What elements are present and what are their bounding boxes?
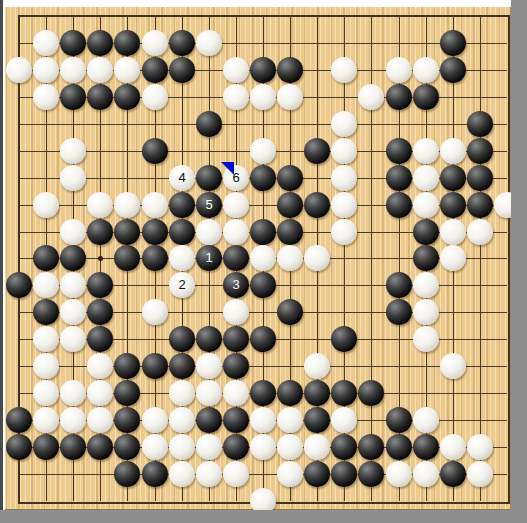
go-board[interactable]: 123456 [5,7,512,511]
stone-black[interactable] [440,30,466,56]
stone-white[interactable] [413,192,439,218]
stone-black[interactable] [331,380,357,406]
stone-black[interactable] [169,326,195,352]
stone-white[interactable] [169,434,195,460]
stone-white[interactable] [250,138,276,164]
stone-black[interactable] [223,407,249,433]
stone-white[interactable] [142,30,168,56]
stone-white[interactable] [87,353,113,379]
stone-white[interactable] [60,165,86,191]
stone-black[interactable] [87,219,113,245]
stone-black[interactable] [304,138,330,164]
stone-white[interactable] [331,57,357,83]
stone-white[interactable] [413,272,439,298]
stone-white[interactable] [250,407,276,433]
stone-black[interactable] [440,461,466,487]
stone-white[interactable] [386,461,412,487]
move-label: 6 [223,165,249,191]
stone-black[interactable] [223,434,249,460]
stone-black[interactable] [413,434,439,460]
stone-black[interactable] [169,57,195,83]
stone-black[interactable] [114,30,140,56]
stone-white[interactable] [250,434,276,460]
stone-white[interactable] [440,138,466,164]
stone-white[interactable] [467,434,493,460]
window-border-bottom [0,510,527,523]
stone-black[interactable] [142,461,168,487]
stone-black[interactable] [33,245,59,271]
stone-white[interactable] [413,57,439,83]
stone-white[interactable] [60,299,86,325]
stone-white[interactable] [60,57,86,83]
stone-black[interactable] [142,353,168,379]
stone-white[interactable] [169,245,195,271]
stone-white[interactable] [331,192,357,218]
stone-black[interactable] [440,165,466,191]
stone-black[interactable] [87,272,113,298]
stone-black[interactable] [250,272,276,298]
move-label: 1 [196,245,222,271]
stone-white[interactable] [169,461,195,487]
stone-white[interactable] [223,219,249,245]
stone-white[interactable] [60,407,86,433]
stone-black[interactable] [304,461,330,487]
stone-white[interactable] [60,326,86,352]
stone-white[interactable] [60,380,86,406]
stone-black[interactable] [196,326,222,352]
stone-white[interactable] [60,272,86,298]
stone-black[interactable] [250,57,276,83]
stone-black[interactable] [277,165,303,191]
stone-black[interactable] [60,245,86,271]
stone-white[interactable] [250,84,276,110]
stone-white[interactable] [33,326,59,352]
stone-black[interactable] [277,57,303,83]
stone-white[interactable] [142,407,168,433]
stone-black[interactable] [142,57,168,83]
stone-white[interactable] [277,461,303,487]
stone-white[interactable] [304,353,330,379]
stone-black[interactable] [358,380,384,406]
stone-white[interactable] [413,407,439,433]
stone-black[interactable] [196,111,222,137]
stone-white[interactable] [413,165,439,191]
stone-white[interactable] [142,434,168,460]
stone-white[interactable] [440,353,466,379]
star-point [98,256,103,261]
stone-white[interactable] [331,111,357,137]
stone-black[interactable] [114,434,140,460]
stone-black[interactable] [386,299,412,325]
stone-white[interactable] [87,57,113,83]
stone-white[interactable] [169,380,195,406]
stone-white[interactable] [33,84,59,110]
stone-white[interactable] [223,192,249,218]
stone-black[interactable] [467,111,493,137]
stone-white[interactable] [277,245,303,271]
move-label: 2 [169,272,195,298]
stone-white[interactable] [467,461,493,487]
stone-black[interactable] [169,192,195,218]
stone-white[interactable] [33,353,59,379]
stone-black[interactable] [6,272,32,298]
stone-black[interactable] [196,165,222,191]
move-label: 5 [196,192,222,218]
stone-black[interactable] [304,407,330,433]
stone-white[interactable] [223,299,249,325]
stone-black[interactable] [386,272,412,298]
stone-black[interactable] [250,380,276,406]
stone-white[interactable] [196,353,222,379]
stone-white[interactable] [223,57,249,83]
stone-white[interactable] [440,245,466,271]
stone-white[interactable] [223,380,249,406]
stone-black[interactable] [60,30,86,56]
stone-white[interactable] [87,407,113,433]
stone-white[interactable] [33,380,59,406]
stone-black[interactable] [87,30,113,56]
stone-black[interactable] [6,407,32,433]
stone-black[interactable] [114,245,140,271]
stone-black[interactable] [87,84,113,110]
stone-white[interactable] [250,245,276,271]
move-label: 4 [169,165,195,191]
stone-black[interactable] [223,326,249,352]
stone-white[interactable] [467,219,493,245]
stone-white[interactable] [114,192,140,218]
stone-white[interactable] [60,138,86,164]
stone-white[interactable] [33,57,59,83]
stone-white[interactable] [440,219,466,245]
stone-white[interactable] [169,407,195,433]
stone-black[interactable] [304,380,330,406]
stone-white[interactable] [331,138,357,164]
stone-white[interactable] [142,299,168,325]
stone-white[interactable] [87,380,113,406]
stone-white[interactable] [440,434,466,460]
stone-white[interactable] [6,57,32,83]
stone-white[interactable] [413,299,439,325]
stone-black[interactable] [114,380,140,406]
stone-white[interactable] [223,461,249,487]
stone-white[interactable] [304,434,330,460]
stone-white[interactable] [277,84,303,110]
stone-white[interactable] [196,380,222,406]
stone-black[interactable] [277,299,303,325]
stone-black[interactable] [304,192,330,218]
stone-black[interactable] [467,165,493,191]
stone-black[interactable] [331,461,357,487]
stone-white[interactable] [331,219,357,245]
stone-white[interactable] [358,84,384,110]
stone-black[interactable] [223,353,249,379]
stone-white[interactable] [196,434,222,460]
stone-white[interactable] [277,407,303,433]
stone-black[interactable] [250,165,276,191]
stone-black[interactable] [87,299,113,325]
move-label: 3 [223,272,249,298]
stone-black[interactable] [169,353,195,379]
stone-white[interactable] [33,407,59,433]
stone-black[interactable] [114,461,140,487]
window-border-right [511,0,527,523]
stone-black[interactable] [33,299,59,325]
stone-white[interactable] [386,57,412,83]
stone-white[interactable] [87,192,113,218]
stone-white[interactable] [304,245,330,271]
go-game-screenshot: 123456 [0,0,527,523]
stone-black[interactable] [386,434,412,460]
stone-black[interactable] [196,407,222,433]
stone-black[interactable] [386,165,412,191]
stone-black[interactable] [87,434,113,460]
stone-black[interactable] [440,57,466,83]
stone-white[interactable] [33,192,59,218]
stone-black[interactable] [358,461,384,487]
stone-black[interactable] [467,138,493,164]
stone-black[interactable] [413,219,439,245]
stone-black[interactable] [413,245,439,271]
stone-white[interactable] [142,192,168,218]
stone-white[interactable] [413,326,439,352]
stone-black[interactable] [277,380,303,406]
stone-black[interactable] [114,407,140,433]
stone-black[interactable] [87,326,113,352]
stone-white[interactable] [114,57,140,83]
stone-black[interactable] [60,84,86,110]
stone-black[interactable] [331,326,357,352]
stone-black[interactable] [331,434,357,460]
stone-black[interactable] [250,326,276,352]
stone-white[interactable] [60,219,86,245]
stone-black[interactable] [114,84,140,110]
stone-black[interactable] [386,192,412,218]
stone-black[interactable] [386,138,412,164]
stone-black[interactable] [169,30,195,56]
stone-black[interactable] [358,434,384,460]
stone-black[interactable] [142,245,168,271]
stone-white[interactable] [33,272,59,298]
stone-white[interactable] [413,461,439,487]
stone-black[interactable] [60,434,86,460]
stone-black[interactable] [413,84,439,110]
stone-white[interactable] [196,30,222,56]
stone-white[interactable] [142,84,168,110]
stone-black[interactable] [169,219,195,245]
stone-black[interactable] [386,407,412,433]
stone-white[interactable] [331,165,357,191]
stone-black[interactable] [142,219,168,245]
window-left-edge [0,0,3,510]
stone-white[interactable] [223,84,249,110]
stone-black[interactable] [277,219,303,245]
stone-black[interactable] [142,138,168,164]
stone-black[interactable] [114,353,140,379]
stone-black[interactable] [33,434,59,460]
stone-white[interactable] [277,434,303,460]
stone-white[interactable] [331,407,357,433]
stone-black[interactable] [277,192,303,218]
stone-black[interactable] [114,219,140,245]
stone-black[interactable] [250,219,276,245]
stone-black[interactable] [467,192,493,218]
stone-black[interactable] [386,84,412,110]
stone-white[interactable] [196,219,222,245]
stone-black[interactable] [6,434,32,460]
stone-white[interactable] [196,461,222,487]
stone-black[interactable] [440,192,466,218]
stone-black[interactable] [223,245,249,271]
stone-white[interactable] [33,30,59,56]
stone-white[interactable] [413,138,439,164]
